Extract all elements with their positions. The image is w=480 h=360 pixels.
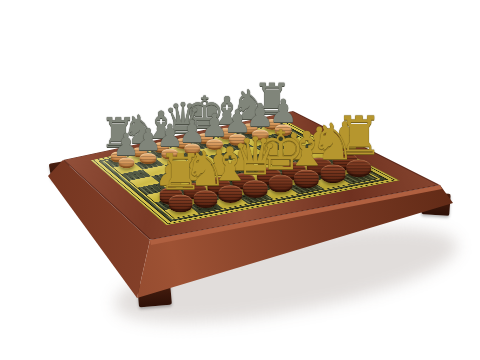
- wooden-base: [140, 153, 156, 164]
- wooden-base: [118, 158, 134, 169]
- piece-black-pawn-a7[interactable]: ♟: [113, 130, 140, 169]
- pieces-layer: ♜♞♝♛♚♝♞♜♟♟♟♟♟♟♟♟♟♟♟♟♟♟♟♟♜♞♝♛♚♝♞♜: [0, 0, 480, 360]
- pawn-glyph: ♟: [113, 130, 140, 160]
- wooden-base: [169, 195, 193, 213]
- chess-set-photo: ♜♞♝♛♚♝♞♜♟♟♟♟♟♟♟♟♟♟♟♟♟♟♟♟♜♞♝♛♚♝♞♜: [0, 0, 480, 360]
- piece-white-rook-a1[interactable]: ♜: [158, 148, 203, 213]
- rook-glyph: ♜: [158, 148, 203, 198]
